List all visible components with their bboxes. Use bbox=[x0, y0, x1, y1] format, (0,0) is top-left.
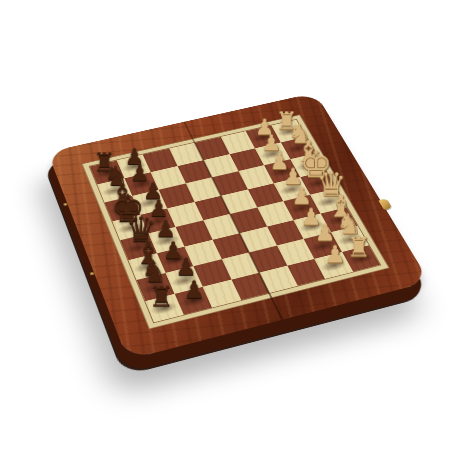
piece-shadow bbox=[308, 239, 338, 254]
piece-shadow bbox=[108, 202, 137, 216]
piece-shadow bbox=[144, 214, 173, 229]
square-e1: ♚ bbox=[300, 171, 336, 195]
piece-shadow bbox=[178, 293, 208, 309]
hinge-pin bbox=[63, 203, 68, 206]
piece-shadow bbox=[101, 184, 129, 198]
piece-shadow bbox=[278, 183, 306, 197]
piece-shadow bbox=[93, 166, 121, 180]
piece-shadow bbox=[135, 196, 163, 210]
piece-shadow bbox=[120, 160, 148, 173]
piece-shadow bbox=[314, 195, 343, 209]
piece-shadow bbox=[284, 142, 312, 155]
piece-shadow bbox=[132, 260, 162, 275]
piece-shadow bbox=[324, 213, 353, 228]
piece-shadow bbox=[275, 125, 302, 138]
piece-shadow bbox=[259, 148, 287, 161]
piece-shadow bbox=[250, 131, 277, 144]
square-d1: ♛ bbox=[310, 189, 347, 214]
piece-shadow bbox=[335, 232, 365, 247]
playing-surface: ♜♟♟♜♞♟♟♞♝♟♟♝♚♟♟♚♛♟♟♛♝♟♟♝♞♟♟♞♜♟♟♜ bbox=[82, 114, 390, 329]
piece-shadow bbox=[346, 251, 376, 266]
chess-board-grid: ♜♟♟♜♞♟♟♞♝♟♟♝♚♟♟♚♛♟♟♛♝♟♟♝♞♟♟♞♜♟♟♜ bbox=[89, 119, 382, 323]
chess-board-box: ♜♟♟♜♞♟♟♞♝♟♟♝♚♟♟♚♛♟♟♛♝♟♟♝♞♟♟♞♜♟♟♜ bbox=[47, 93, 429, 360]
piece-shadow bbox=[298, 219, 327, 234]
piece-shadow bbox=[141, 280, 171, 296]
piece-shadow bbox=[152, 233, 181, 248]
brass-latch bbox=[378, 198, 392, 210]
piece-shadow bbox=[294, 159, 322, 172]
piece-shadow bbox=[128, 178, 156, 192]
square-f8: ♝ bbox=[105, 196, 140, 221]
piece-shadow bbox=[319, 258, 349, 273]
hinge-pin bbox=[90, 272, 95, 276]
product-photo-background: ♜♟♟♜♞♟♟♞♝♟♟♝♚♟♟♚♛♟♟♛♝♟♟♝♞♟♟♞♜♟♟♜ bbox=[0, 0, 458, 458]
piece-shadow bbox=[268, 165, 296, 179]
piece-shadow bbox=[169, 273, 199, 289]
piece-shadow bbox=[116, 221, 145, 236]
piece-shadow bbox=[288, 201, 317, 215]
piece-shadow bbox=[304, 177, 332, 191]
piece-shadow bbox=[149, 300, 180, 316]
piece-shadow bbox=[160, 253, 190, 268]
piece-shadow bbox=[124, 240, 153, 255]
